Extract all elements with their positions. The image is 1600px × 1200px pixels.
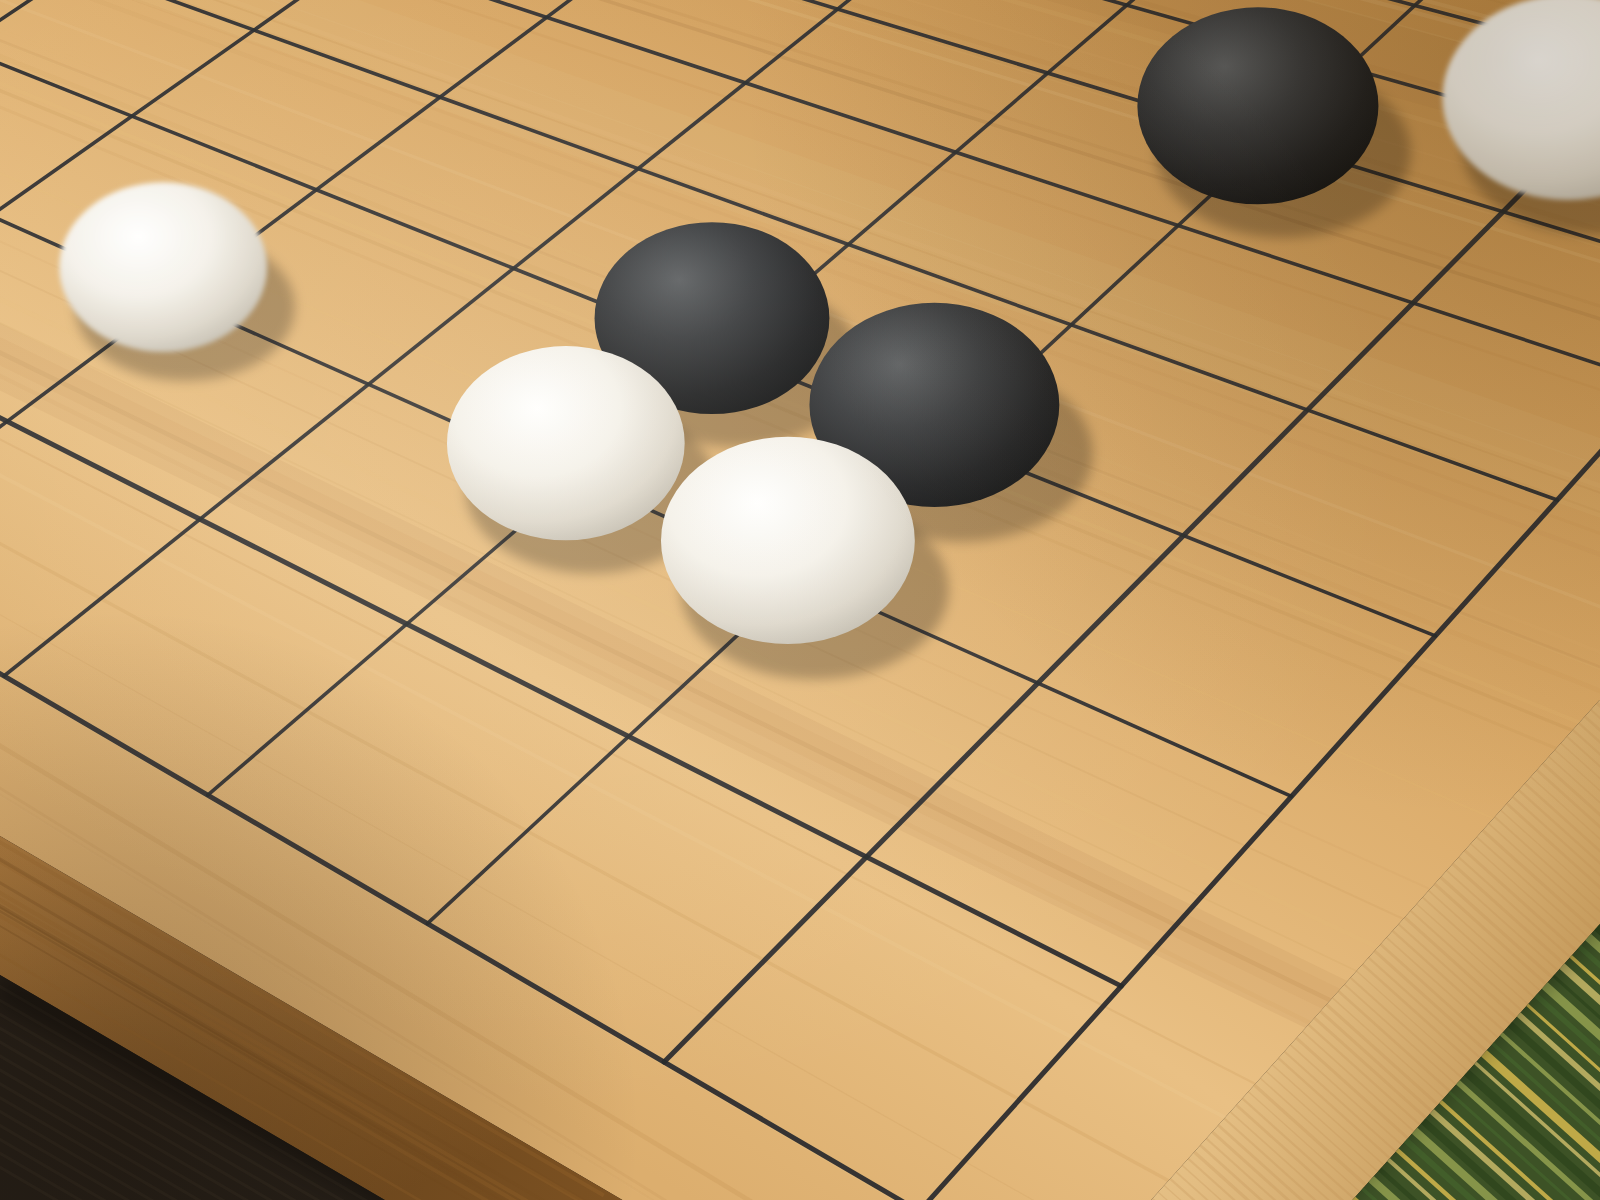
go-board-photo-scene bbox=[0, 0, 1600, 1200]
lighting-overlays bbox=[0, 0, 1600, 1200]
goban bbox=[0, 0, 1600, 1200]
